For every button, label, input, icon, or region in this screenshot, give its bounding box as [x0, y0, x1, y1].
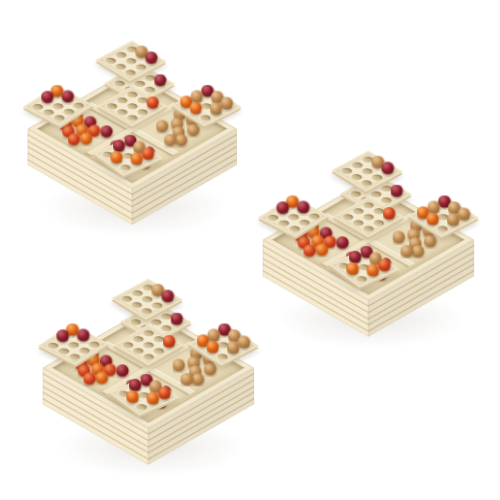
tray-ball-red: [383, 206, 396, 219]
tray-hole: [128, 317, 143, 326]
tray-hole: [51, 102, 66, 111]
tray-ball-darkred: [381, 161, 394, 174]
loose-ball-red: [83, 372, 96, 385]
tray-ball-darkred: [390, 184, 403, 197]
tray-hole: [118, 163, 133, 172]
tray-ball-darkred: [349, 250, 362, 263]
tray-hole: [114, 51, 129, 60]
game-set-3: [32, 272, 265, 478]
tray-hole: [52, 113, 67, 122]
tray-ball-darkred: [276, 201, 289, 214]
tray-hole: [131, 335, 146, 344]
loose-ball-orange: [95, 371, 108, 384]
tray-hole: [349, 172, 364, 181]
tray-ball-tan: [427, 200, 440, 213]
tray-ball-darkred: [161, 289, 174, 302]
tray-ball-orange: [367, 263, 380, 276]
tray-ball-darkred: [77, 328, 90, 341]
loose-ball-red: [303, 244, 316, 257]
tray-ball-orange: [346, 262, 359, 275]
tray-ball-tan: [207, 328, 220, 341]
tray-ball-darkred: [41, 90, 53, 102]
tray-hole: [61, 107, 76, 116]
tray-hole: [370, 173, 385, 182]
tray-hole: [141, 352, 156, 361]
tray-hole: [150, 301, 165, 310]
tray-ball-orange: [189, 101, 201, 113]
tray-ball-orange: [426, 212, 439, 225]
loose-ball-tan: [172, 358, 185, 371]
tray-hole: [113, 62, 128, 71]
tray-hole: [120, 340, 135, 349]
tray-hole: [350, 161, 365, 170]
tray-ball-tan: [191, 90, 203, 102]
loose-ball-tan: [392, 230, 405, 243]
tray-ball-orange: [110, 151, 122, 163]
tray-ball-tan: [238, 335, 251, 348]
tray-hole: [130, 289, 145, 298]
tray-hole: [124, 57, 139, 66]
tray-hole: [30, 102, 45, 111]
tray-hole: [265, 213, 280, 222]
tray-ball-orange: [131, 152, 143, 164]
tray-hole: [103, 56, 118, 65]
tray-ball-red: [142, 147, 154, 159]
loose-ball-darkred: [116, 364, 129, 377]
tray-hole: [371, 218, 386, 227]
tray-hole: [139, 307, 154, 316]
tray-hole: [435, 224, 450, 233]
loose-ball-tan: [156, 119, 168, 131]
tray-ball-darkred: [129, 378, 142, 391]
tray-ball-darkred: [297, 200, 310, 213]
tray-ball-red: [158, 386, 171, 399]
tray-ball-darkred: [145, 51, 157, 63]
tray-hole: [129, 300, 144, 309]
tray-hole: [134, 402, 149, 411]
loose-ball-tan: [187, 123, 199, 135]
tray-hole: [276, 219, 291, 228]
tray-hole: [359, 179, 374, 188]
tray-ball-red: [163, 334, 176, 347]
tray-ball-darkred: [56, 329, 69, 342]
loose-ball-tan: [175, 133, 187, 145]
tray-hole: [123, 68, 138, 77]
loose-ball-tan: [411, 244, 424, 257]
tray-hole: [125, 113, 140, 122]
tray-hole: [339, 166, 354, 175]
tray-ball-red: [378, 258, 391, 271]
tray-ball-orange: [147, 391, 160, 404]
loose-ball-tan: [164, 133, 176, 145]
tray-hole: [286, 212, 301, 221]
tray-hole: [112, 79, 127, 88]
loose-ball-orange: [315, 243, 328, 256]
tray-hole: [131, 346, 146, 355]
tray-ball-darkred: [113, 139, 125, 151]
tray-ball-tan: [220, 96, 232, 108]
tray-hole: [56, 347, 71, 356]
tray-ball-tan: [210, 102, 222, 114]
tray-hole: [340, 212, 355, 221]
loose-ball-red: [68, 133, 80, 145]
tray-hole: [133, 63, 148, 72]
loose-ball-tan: [204, 362, 217, 375]
tray-hole: [141, 329, 156, 338]
tray-hole: [115, 96, 130, 105]
tray-hole: [351, 218, 366, 227]
tray-hole: [45, 341, 60, 350]
loose-ball-tan: [181, 372, 194, 385]
tray-hole: [71, 101, 86, 110]
tray-hole: [151, 346, 166, 355]
tray-hole: [66, 340, 81, 349]
tray-hole: [360, 167, 375, 176]
tray-hole: [306, 212, 321, 221]
tray-ball-tan: [227, 341, 240, 354]
tray-hole: [198, 113, 213, 122]
tray-hole: [115, 108, 130, 117]
tray-hole: [361, 212, 376, 221]
loose-ball-tan: [401, 244, 414, 257]
tray-ball-red: [146, 96, 158, 108]
tray-ball-tan: [447, 213, 460, 226]
tray-hole: [287, 224, 302, 233]
game-set-2: [252, 144, 485, 350]
tray-hole: [297, 218, 312, 227]
tray-hole: [361, 224, 376, 233]
tray-ball-orange: [126, 390, 139, 403]
tray-hole: [354, 274, 369, 283]
tray-ball-orange: [206, 340, 219, 353]
loose-ball-orange: [80, 132, 92, 144]
tray-hole: [351, 207, 366, 216]
loose-ball-darkred: [336, 236, 349, 249]
tray-hole: [77, 346, 92, 355]
tray-hole: [86, 340, 101, 349]
tray-hole: [125, 102, 140, 111]
tray-hole: [141, 340, 156, 349]
tray-hole: [125, 90, 140, 99]
product-photo: [0, 0, 500, 500]
tray-hole: [348, 189, 363, 198]
loose-ball-darkred: [100, 125, 112, 137]
tray-hole: [119, 294, 134, 303]
tray-ball-darkred: [61, 90, 73, 102]
tray-ball-darkred: [154, 73, 166, 85]
loose-ball-tan: [191, 372, 204, 385]
tray-ball-darkred: [170, 312, 183, 325]
tray-ball-tan: [458, 207, 471, 220]
tray-hole: [104, 102, 119, 111]
tray-hole: [41, 108, 56, 117]
tray-hole: [361, 201, 376, 210]
tray-hole: [140, 295, 155, 304]
loose-ball-tan: [424, 234, 437, 247]
tray-hole: [67, 352, 82, 361]
tray-hole: [215, 352, 230, 361]
tray-hole: [135, 108, 150, 117]
game-set-1: [17, 34, 247, 238]
